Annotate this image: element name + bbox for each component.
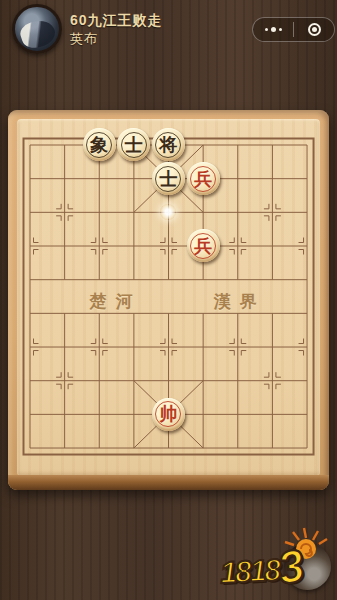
piece-glyph: 帅 <box>159 405 177 423</box>
bottom-bar: 锦 15 求助 18183 <box>0 490 337 600</box>
piece-glyph: 将 <box>159 136 177 154</box>
sun-icon <box>282 526 330 560</box>
move-highlight-marker <box>160 204 176 220</box>
sphere-icon <box>284 543 331 590</box>
piece-black-general[interactable]: 将 <box>152 128 185 161</box>
level-title: 60九江王败走 <box>70 11 163 30</box>
board-edge-bevel <box>8 475 329 490</box>
more-icon <box>265 28 268 31</box>
level-info: 60九江王败走 英布 <box>70 11 163 48</box>
level-subtitle: 英布 <box>70 30 163 48</box>
more-button[interactable] <box>253 18 293 41</box>
piece-black-elephant[interactable]: 象 <box>83 128 116 161</box>
exit-circle-icon <box>308 23 321 36</box>
piece-glyph: 士 <box>159 170 177 188</box>
board-grid: 象士将士兵兵帅 <box>13 128 325 465</box>
piece-glyph: 兵 <box>194 170 212 188</box>
app-screen: 60九江王败走 英布 楚河 漢界 象士将士兵兵帅 <box>0 0 337 600</box>
logo-text: 18183 <box>219 541 302 590</box>
piece-red-general[interactable]: 帅 <box>152 398 185 431</box>
wechat-capsule <box>252 17 335 42</box>
avatar[interactable] <box>12 4 62 54</box>
piece-black-advisor[interactable]: 士 <box>152 162 185 195</box>
piece-glyph: 兵 <box>194 237 212 255</box>
top-bar: 60九江王败走 英布 <box>0 0 337 58</box>
18183-watermark: 18183 <box>218 526 334 596</box>
piece-red-pawn[interactable]: 兵 <box>187 162 220 195</box>
piece-black-advisor[interactable]: 士 <box>117 128 150 161</box>
xiangqi-board-panel: 楚河 漢界 象士将士兵兵帅 <box>8 110 329 490</box>
piece-red-pawn[interactable]: 兵 <box>187 229 220 262</box>
exit-button[interactable] <box>294 18 334 41</box>
piece-glyph: 象 <box>90 136 108 154</box>
avatar-image <box>18 16 58 51</box>
piece-glyph: 士 <box>125 136 143 154</box>
